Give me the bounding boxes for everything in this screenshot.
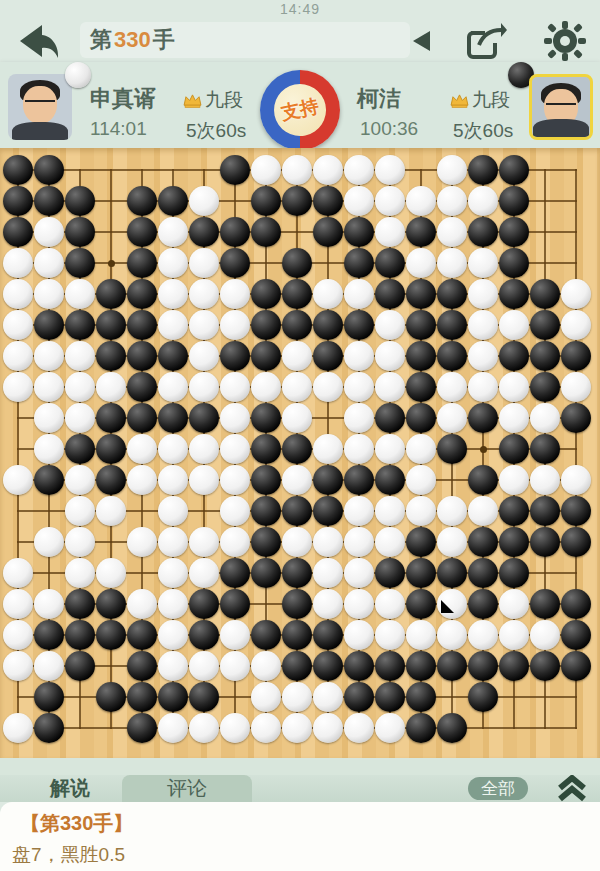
black-stone — [282, 434, 312, 464]
white-stone — [189, 248, 219, 278]
crown-icon — [450, 93, 469, 108]
black-stone — [65, 589, 95, 619]
white-stone — [189, 341, 219, 371]
white-stone — [406, 434, 436, 464]
white-stone — [468, 248, 498, 278]
all-filter-button[interactable]: 全部 — [468, 777, 528, 800]
white-stone — [468, 372, 498, 402]
black-stone — [406, 713, 436, 743]
back-button[interactable] — [14, 22, 60, 60]
black-stone — [530, 279, 560, 309]
white-stone — [375, 341, 405, 371]
black-stone — [34, 713, 64, 743]
black-stone — [251, 496, 281, 526]
white-stone — [3, 341, 33, 371]
white-stone — [375, 496, 405, 526]
white-stone — [344, 713, 374, 743]
black-stone — [96, 310, 126, 340]
black-stone — [65, 651, 95, 681]
black-stone — [344, 651, 374, 681]
white-stone — [127, 465, 157, 495]
white-stone — [34, 248, 64, 278]
white-stone — [158, 465, 188, 495]
black-stone — [468, 527, 498, 557]
white-stone — [34, 589, 64, 619]
white-stone — [158, 589, 188, 619]
white-stone — [437, 248, 467, 278]
white-stone — [34, 434, 64, 464]
black-stone — [375, 403, 405, 433]
black-stone — [406, 527, 436, 557]
white-stone — [34, 651, 64, 681]
black-stone — [127, 186, 157, 216]
black-stone — [406, 589, 436, 619]
black-stone — [65, 620, 95, 650]
black-stone — [220, 248, 250, 278]
avatar-ke-jie[interactable] — [529, 74, 593, 140]
white-stone — [158, 217, 188, 247]
black-stone — [158, 682, 188, 712]
black-stone — [468, 465, 498, 495]
white-stone — [127, 527, 157, 557]
black-stone — [468, 558, 498, 588]
white-stone — [282, 682, 312, 712]
go-board[interactable] — [0, 148, 600, 758]
black-stone — [344, 248, 374, 278]
white-stone — [189, 558, 219, 588]
player-left-name: 申真谞 — [90, 84, 156, 114]
white-stone — [158, 713, 188, 743]
white-stone — [251, 682, 281, 712]
black-stone — [3, 217, 33, 247]
black-stone — [530, 589, 560, 619]
black-stone — [127, 620, 157, 650]
black-stone — [158, 403, 188, 433]
black-stone — [530, 372, 560, 402]
white-stone — [499, 310, 529, 340]
black-stone — [96, 589, 126, 619]
black-stone — [313, 186, 343, 216]
white-stone — [189, 465, 219, 495]
white-stone — [189, 713, 219, 743]
white-stone — [344, 496, 374, 526]
black-stone — [251, 465, 281, 495]
white-stone — [437, 496, 467, 526]
black-stone — [313, 217, 343, 247]
white-stone — [3, 310, 33, 340]
tab-commentary[interactable]: 解说 — [20, 775, 120, 802]
black-stone — [313, 620, 343, 650]
white-stone — [34, 372, 64, 402]
black-stone — [34, 186, 64, 216]
black-stone — [499, 248, 529, 278]
commentary-result-text: 盘7，黑胜0.5 — [12, 842, 125, 868]
black-stone — [344, 310, 374, 340]
white-stone — [313, 155, 343, 185]
black-stone — [158, 186, 188, 216]
black-stone — [499, 496, 529, 526]
white-stone — [561, 372, 591, 402]
black-stone — [406, 372, 436, 402]
white-stone — [344, 403, 374, 433]
black-stone — [34, 682, 64, 712]
black-stone — [375, 465, 405, 495]
white-stone — [220, 310, 250, 340]
share-button[interactable] — [463, 21, 507, 61]
white-stone — [158, 248, 188, 278]
white-stone — [127, 589, 157, 619]
white-stone — [344, 434, 374, 464]
white-stone — [344, 341, 374, 371]
white-stone — [251, 651, 281, 681]
white-stone — [344, 620, 374, 650]
black-stone — [34, 310, 64, 340]
white-stone — [499, 465, 529, 495]
white-stone — [3, 713, 33, 743]
white-stone — [499, 403, 529, 433]
black-stone — [406, 279, 436, 309]
player-bar: 申真谞 九段 114:01 5次60s 支持 柯洁 九段 100:36 5次60… — [0, 62, 600, 148]
white-stone — [344, 279, 374, 309]
white-stone — [96, 372, 126, 402]
white-stone — [158, 434, 188, 464]
black-stone — [65, 248, 95, 278]
white-stone — [437, 527, 467, 557]
black-stone — [437, 310, 467, 340]
black-stone — [34, 620, 64, 650]
player-right-byoyomi: 5次60s — [453, 118, 513, 144]
white-stone — [468, 186, 498, 216]
move-counter-suffix: 手 — [153, 25, 175, 55]
white-stone — [344, 155, 374, 185]
black-stone — [406, 558, 436, 588]
move-counter-field[interactable]: 第 330 手 — [80, 22, 410, 58]
white-stone — [3, 558, 33, 588]
nav-bar: 第 330 手 — [0, 18, 600, 62]
black-stone — [282, 496, 312, 526]
black-stone — [499, 434, 529, 464]
black-stone — [282, 558, 312, 588]
black-stone — [96, 434, 126, 464]
white-stone — [530, 620, 560, 650]
white-stone — [158, 558, 188, 588]
black-stone — [468, 589, 498, 619]
white-stone — [189, 372, 219, 402]
last-move-marker — [441, 600, 454, 613]
white-stone — [437, 186, 467, 216]
white-stone — [344, 527, 374, 557]
avatar-glasses — [546, 103, 576, 111]
black-stone — [406, 651, 436, 681]
black-stone — [468, 155, 498, 185]
black-stone — [251, 186, 281, 216]
black-stone — [158, 341, 188, 371]
player-right-rank: 九段 — [450, 87, 510, 113]
clock-time: 14:49 — [280, 1, 320, 17]
black-stone — [127, 217, 157, 247]
white-stone — [220, 527, 250, 557]
white-stone — [437, 403, 467, 433]
white-stone — [437, 620, 467, 650]
white-stone — [375, 527, 405, 557]
black-stone — [127, 310, 157, 340]
white-stone — [375, 713, 405, 743]
commentary-move-title: 【第330手】 — [20, 810, 133, 837]
black-stone — [313, 310, 343, 340]
white-stone — [375, 155, 405, 185]
black-stone — [530, 496, 560, 526]
white-stone — [375, 217, 405, 247]
avatar-shin-jinseo[interactable] — [8, 74, 72, 140]
white-stone — [561, 465, 591, 495]
black-stone — [96, 682, 126, 712]
white-stone — [313, 589, 343, 619]
white-stone — [34, 527, 64, 557]
black-stone — [220, 558, 250, 588]
white-stone — [282, 403, 312, 433]
white-stone — [3, 248, 33, 278]
white-stone — [158, 372, 188, 402]
black-stone — [375, 248, 405, 278]
black-stone — [437, 341, 467, 371]
white-stone — [499, 620, 529, 650]
black-stone — [313, 651, 343, 681]
black-stone — [561, 620, 591, 650]
black-stone — [189, 403, 219, 433]
white-stone — [189, 527, 219, 557]
black-stone — [561, 651, 591, 681]
white-stone — [34, 217, 64, 247]
white-stone — [344, 589, 374, 619]
black-stone — [65, 186, 95, 216]
black-stone — [65, 310, 95, 340]
black-stone — [468, 682, 498, 712]
black-stone — [437, 651, 467, 681]
status-bar: 14:49 — [0, 0, 600, 18]
crown-icon — [183, 93, 202, 108]
white-stone — [344, 558, 374, 588]
collapse-panel-button[interactable] — [552, 775, 592, 802]
black-stone — [34, 155, 64, 185]
white-stone — [344, 372, 374, 402]
black-stone — [313, 465, 343, 495]
black-stone — [189, 620, 219, 650]
white-stone — [189, 310, 219, 340]
black-stone — [3, 186, 33, 216]
white-stone — [65, 558, 95, 588]
black-stone — [282, 620, 312, 650]
commentary-panel: 【第330手】 盘7，黑胜0.5 — [0, 802, 600, 871]
avatar-torso — [12, 122, 68, 140]
gear-icon — [543, 20, 587, 62]
white-stone — [282, 527, 312, 557]
black-stone — [344, 465, 374, 495]
white-stone — [375, 186, 405, 216]
white-stone — [158, 310, 188, 340]
black-stone — [499, 217, 529, 247]
white-stone — [406, 496, 436, 526]
white-stone — [499, 589, 529, 619]
black-stone — [530, 341, 560, 371]
white-stone — [189, 434, 219, 464]
white-stone — [65, 465, 95, 495]
white-stone — [189, 186, 219, 216]
white-stone — [3, 279, 33, 309]
black-stone — [251, 279, 281, 309]
white-stone — [313, 434, 343, 464]
black-stone — [468, 651, 498, 681]
board-bottom-margin — [0, 758, 600, 775]
player-right-name: 柯洁 — [357, 84, 401, 114]
black-stone — [375, 279, 405, 309]
white-stone — [220, 465, 250, 495]
black-stone — [313, 496, 343, 526]
white-stone — [437, 155, 467, 185]
star-point — [480, 446, 487, 453]
white-stone — [34, 341, 64, 371]
black-stone — [561, 496, 591, 526]
black-stone — [282, 589, 312, 619]
white-stone — [437, 372, 467, 402]
black-stone — [499, 341, 529, 371]
white-stone — [65, 279, 95, 309]
white-stone — [282, 155, 312, 185]
black-stone — [468, 217, 498, 247]
white-stone — [468, 341, 498, 371]
black-stone — [375, 682, 405, 712]
black-stone — [251, 620, 281, 650]
white-stone — [220, 403, 250, 433]
black-stone — [282, 310, 312, 340]
black-stone — [406, 682, 436, 712]
move-counter-number: 330 — [112, 27, 153, 53]
white-stone-icon — [65, 62, 91, 88]
black-stone — [220, 155, 250, 185]
white-stone — [3, 372, 33, 402]
support-badge[interactable]: 支持 — [260, 70, 340, 150]
white-stone — [220, 713, 250, 743]
white-stone — [3, 465, 33, 495]
black-stone — [530, 310, 560, 340]
black-stone — [220, 341, 250, 371]
black-stone — [499, 527, 529, 557]
black-stone — [406, 217, 436, 247]
black-stone — [96, 620, 126, 650]
white-stone — [282, 713, 312, 743]
go-review-app: { "game": "go", "status_bar": { "time": … — [0, 0, 600, 871]
black-stone — [127, 248, 157, 278]
black-stone — [437, 558, 467, 588]
black-stone — [468, 403, 498, 433]
white-stone — [96, 558, 126, 588]
black-stone — [251, 558, 281, 588]
white-stone — [251, 372, 281, 402]
white-stone — [344, 186, 374, 216]
white-stone — [282, 372, 312, 402]
white-stone — [220, 496, 250, 526]
black-stone — [127, 713, 157, 743]
black-stone — [499, 279, 529, 309]
white-stone — [468, 620, 498, 650]
white-stone — [561, 279, 591, 309]
black-stone — [189, 217, 219, 247]
back-arrow-icon — [14, 22, 60, 60]
white-stone — [127, 434, 157, 464]
tab-comments[interactable]: 评论 — [122, 775, 252, 802]
white-stone — [406, 465, 436, 495]
black-stone — [530, 527, 560, 557]
white-stone — [437, 589, 467, 619]
player-left-time: 114:01 — [90, 118, 147, 140]
black-stone — [3, 155, 33, 185]
black-stone — [251, 527, 281, 557]
white-stone — [158, 527, 188, 557]
white-stone — [499, 372, 529, 402]
white-stone — [282, 465, 312, 495]
black-stone — [561, 341, 591, 371]
black-stone — [282, 186, 312, 216]
black-stone — [437, 434, 467, 464]
black-stone — [65, 217, 95, 247]
white-stone — [530, 465, 560, 495]
black-stone — [375, 651, 405, 681]
settings-button[interactable] — [543, 20, 587, 62]
avatar-glasses — [25, 100, 55, 108]
black-stone — [530, 651, 560, 681]
white-stone — [406, 186, 436, 216]
black-stone — [96, 279, 126, 309]
black-stone — [499, 186, 529, 216]
white-stone — [220, 279, 250, 309]
white-stone — [530, 403, 560, 433]
white-stone — [189, 651, 219, 681]
black-stone — [282, 279, 312, 309]
white-stone — [158, 620, 188, 650]
white-stone — [406, 248, 436, 278]
white-stone — [313, 527, 343, 557]
chevron-up-double-icon — [552, 775, 592, 802]
share-icon — [463, 21, 507, 61]
black-stone — [251, 310, 281, 340]
white-stone — [468, 496, 498, 526]
white-stone — [158, 496, 188, 526]
black-stone — [96, 403, 126, 433]
black-stone — [499, 155, 529, 185]
white-stone — [313, 713, 343, 743]
black-stone — [127, 403, 157, 433]
black-stone — [65, 434, 95, 464]
white-stone — [468, 310, 498, 340]
white-stone — [34, 279, 64, 309]
black-stone — [282, 248, 312, 278]
black-stone — [34, 465, 64, 495]
white-stone — [65, 527, 95, 557]
white-stone — [437, 217, 467, 247]
previous-move-icon[interactable] — [413, 31, 430, 51]
white-stone — [65, 496, 95, 526]
support-badge-label: 支持 — [269, 79, 331, 141]
black-stone — [127, 651, 157, 681]
black-stone — [127, 279, 157, 309]
black-stone — [189, 682, 219, 712]
white-stone — [251, 155, 281, 185]
black-stone — [437, 713, 467, 743]
white-stone — [220, 651, 250, 681]
black-stone — [375, 558, 405, 588]
white-stone — [189, 279, 219, 309]
star-point — [108, 260, 115, 267]
black-stone — [344, 217, 374, 247]
